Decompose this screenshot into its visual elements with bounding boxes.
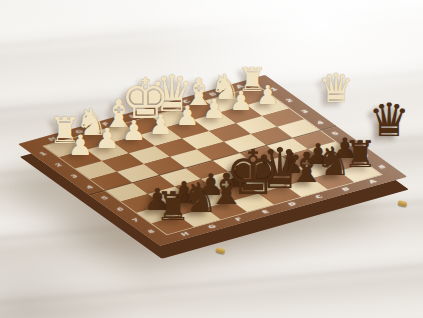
chess-set-photo: HGFEDCBA HGFEDCBA 12345678 12345678 ♜♞♝♛…: [0, 0, 423, 318]
